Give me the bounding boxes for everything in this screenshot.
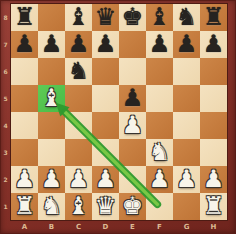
square-b4[interactable] (38, 112, 65, 139)
square-g7[interactable]: ♟ (173, 31, 200, 58)
square-h8[interactable]: ♜ (200, 4, 227, 31)
piece-black-pawn-c7[interactable]: ♟ (68, 32, 90, 56)
square-d7[interactable]: ♟ (92, 31, 119, 58)
square-g8[interactable]: ♞ (173, 4, 200, 31)
rank-labels: 87654321 (0, 4, 11, 220)
square-f4[interactable] (146, 112, 173, 139)
rank-label-1: 1 (0, 193, 11, 220)
square-f5[interactable] (146, 85, 173, 112)
file-label-c: C (65, 221, 92, 233)
square-d3[interactable] (92, 139, 119, 166)
square-d1[interactable]: ♛ (92, 193, 119, 220)
square-e3[interactable] (119, 139, 146, 166)
piece-black-pawn-f7[interactable]: ♟ (149, 32, 171, 56)
square-h5[interactable] (200, 85, 227, 112)
piece-white-rook-h1[interactable]: ♜ (203, 194, 225, 218)
square-a2[interactable]: ♟ (11, 166, 38, 193)
piece-white-pawn-d2[interactable]: ♟ (95, 167, 117, 191)
piece-black-pawn-h7[interactable]: ♟ (203, 32, 225, 56)
square-h7[interactable]: ♟ (200, 31, 227, 58)
rank-label-3: 3 (0, 139, 11, 166)
chess-board[interactable]: ♜♝♛♚♝♞♜♟♟♟♟♟♟♟♞♝♟♟♞♟♟♟♟♟♟♟♜♞♝♛♚♜ (11, 4, 227, 220)
file-label-h: H (200, 221, 227, 233)
piece-white-pawn-e4[interactable]: ♟ (122, 113, 144, 137)
square-g4[interactable] (173, 112, 200, 139)
piece-black-rook-a8[interactable]: ♜ (14, 5, 36, 29)
square-e2[interactable] (119, 166, 146, 193)
square-b1[interactable]: ♞ (38, 193, 65, 220)
rank-label-4: 4 (0, 112, 11, 139)
piece-white-pawn-c2[interactable]: ♟ (68, 167, 90, 191)
square-h4[interactable] (200, 112, 227, 139)
square-d2[interactable]: ♟ (92, 166, 119, 193)
square-g1[interactable] (173, 193, 200, 220)
rank-label-8: 8 (0, 4, 11, 31)
piece-black-bishop-f8[interactable]: ♝ (149, 5, 171, 29)
square-h3[interactable] (200, 139, 227, 166)
piece-white-pawn-h2[interactable]: ♟ (203, 167, 225, 191)
file-label-b: B (38, 221, 65, 233)
square-d5[interactable] (92, 85, 119, 112)
square-b8[interactable] (38, 4, 65, 31)
rank-label-6: 6 (0, 58, 11, 85)
square-b7[interactable]: ♟ (38, 31, 65, 58)
piece-white-pawn-b2[interactable]: ♟ (41, 167, 63, 191)
piece-black-king-e8[interactable]: ♚ (122, 5, 144, 29)
square-f1[interactable] (146, 193, 173, 220)
file-label-f: F (146, 221, 173, 233)
square-d8[interactable]: ♛ (92, 4, 119, 31)
square-e8[interactable]: ♚ (119, 4, 146, 31)
square-f8[interactable]: ♝ (146, 4, 173, 31)
square-c8[interactable]: ♝ (65, 4, 92, 31)
square-a4[interactable] (11, 112, 38, 139)
square-a6[interactable] (11, 58, 38, 85)
square-f7[interactable]: ♟ (146, 31, 173, 58)
square-c2[interactable]: ♟ (65, 166, 92, 193)
square-a5[interactable] (11, 85, 38, 112)
piece-white-bishop-b5[interactable]: ♝ (41, 86, 63, 110)
file-label-a: A (11, 221, 38, 233)
square-b6[interactable] (38, 58, 65, 85)
square-h1[interactable]: ♜ (200, 193, 227, 220)
board-frame: 87654321 ABCDEFGH ♜♝♛♚♝♞♜♟♟♟♟♟♟♟♞♝♟♟♞♟♟♟… (0, 0, 236, 234)
piece-white-queen-d1[interactable]: ♛ (95, 194, 117, 218)
square-b2[interactable]: ♟ (38, 166, 65, 193)
piece-black-pawn-a7[interactable]: ♟ (14, 32, 36, 56)
square-e7[interactable] (119, 31, 146, 58)
square-a7[interactable]: ♟ (11, 31, 38, 58)
piece-white-pawn-a2[interactable]: ♟ (14, 167, 36, 191)
square-c4[interactable] (65, 112, 92, 139)
piece-white-knight-b1[interactable]: ♞ (41, 194, 63, 218)
rank-label-7: 7 (0, 31, 11, 58)
piece-black-knight-g8[interactable]: ♞ (176, 5, 198, 29)
piece-white-king-e1[interactable]: ♚ (122, 194, 144, 218)
square-f3[interactable]: ♞ (146, 139, 173, 166)
rank-label-2: 2 (0, 166, 11, 193)
piece-white-knight-f3[interactable]: ♞ (149, 140, 171, 164)
square-c7[interactable]: ♟ (65, 31, 92, 58)
square-h2[interactable]: ♟ (200, 166, 227, 193)
piece-white-pawn-f2[interactable]: ♟ (149, 167, 171, 191)
square-d4[interactable] (92, 112, 119, 139)
square-e1[interactable]: ♚ (119, 193, 146, 220)
square-f2[interactable]: ♟ (146, 166, 173, 193)
file-label-e: E (119, 221, 146, 233)
square-b3[interactable] (38, 139, 65, 166)
square-g5[interactable] (173, 85, 200, 112)
square-b5[interactable]: ♝ (38, 85, 65, 112)
square-g2[interactable]: ♟ (173, 166, 200, 193)
piece-black-knight-c6[interactable]: ♞ (68, 59, 90, 83)
square-g3[interactable] (173, 139, 200, 166)
piece-black-bishop-c8[interactable]: ♝ (68, 5, 90, 29)
square-c6[interactable]: ♞ (65, 58, 92, 85)
square-e5[interactable]: ♟ (119, 85, 146, 112)
file-label-d: D (92, 221, 119, 233)
piece-black-pawn-b7[interactable]: ♟ (41, 32, 63, 56)
square-f6[interactable] (146, 58, 173, 85)
square-a3[interactable] (11, 139, 38, 166)
square-c5[interactable] (65, 85, 92, 112)
square-h6[interactable] (200, 58, 227, 85)
square-d6[interactable] (92, 58, 119, 85)
piece-black-queen-d8[interactable]: ♛ (95, 5, 117, 29)
square-a8[interactable]: ♜ (11, 4, 38, 31)
piece-black-rook-h8[interactable]: ♜ (203, 5, 225, 29)
piece-black-pawn-e5[interactable]: ♟ (122, 86, 144, 110)
piece-white-pawn-g2[interactable]: ♟ (176, 167, 198, 191)
square-a1[interactable]: ♜ (11, 193, 38, 220)
file-labels: ABCDEFGH (11, 221, 227, 233)
file-label-g: G (173, 221, 200, 233)
square-c1[interactable]: ♝ (65, 193, 92, 220)
piece-black-pawn-g7[interactable]: ♟ (176, 32, 198, 56)
square-c3[interactable] (65, 139, 92, 166)
piece-white-bishop-c1[interactable]: ♝ (68, 194, 90, 218)
rank-label-5: 5 (0, 85, 11, 112)
piece-white-rook-a1[interactable]: ♜ (14, 194, 36, 218)
square-e6[interactable] (119, 58, 146, 85)
square-e4[interactable]: ♟ (119, 112, 146, 139)
square-g6[interactable] (173, 58, 200, 85)
piece-black-pawn-d7[interactable]: ♟ (95, 32, 117, 56)
